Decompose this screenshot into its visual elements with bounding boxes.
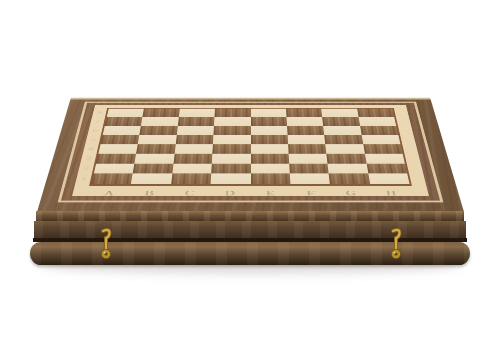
file-label: H <box>371 189 413 198</box>
square-e6 <box>251 126 288 135</box>
square-f7 <box>286 117 323 126</box>
square-g8 <box>321 109 358 118</box>
rank-label: 1 <box>75 174 92 184</box>
square-f6 <box>287 126 324 135</box>
square-h6 <box>360 126 398 135</box>
rank-label: 4 <box>83 144 99 154</box>
square-e3 <box>251 154 290 164</box>
square-d8 <box>215 109 251 118</box>
square-e8 <box>251 109 287 118</box>
square-c8 <box>179 109 215 118</box>
square-a7 <box>105 117 143 126</box>
square-d5 <box>213 135 250 144</box>
square-h3 <box>365 154 405 164</box>
rank-label: 7 <box>90 117 105 126</box>
square-a3 <box>96 154 136 164</box>
square-b1 <box>131 174 172 184</box>
square-f2 <box>289 164 329 174</box>
square-h4 <box>363 144 403 154</box>
square-g6 <box>323 126 361 135</box>
square-g4 <box>325 144 364 154</box>
square-a2 <box>94 164 135 174</box>
brass-clasp-left-icon <box>98 227 114 263</box>
file-label: B <box>129 189 171 198</box>
square-g2 <box>328 164 368 174</box>
square-c7 <box>178 117 215 126</box>
rank-label: 3 <box>80 154 96 164</box>
square-d3 <box>212 154 251 164</box>
square-e7 <box>251 117 287 126</box>
square-a5 <box>101 135 140 144</box>
square-e4 <box>251 144 289 154</box>
square-g7 <box>322 117 359 126</box>
square-d6 <box>214 126 251 135</box>
square-h2 <box>366 164 407 174</box>
square-a4 <box>98 144 138 154</box>
square-b3 <box>135 154 175 164</box>
square-e1 <box>251 174 291 184</box>
rank-label: 2 <box>78 164 95 174</box>
file-label: F <box>291 189 332 198</box>
square-a8 <box>107 109 144 118</box>
square-e5 <box>251 135 288 144</box>
square-c4 <box>174 144 213 154</box>
square-f5 <box>287 135 325 144</box>
square-f1 <box>290 174 330 184</box>
square-a6 <box>103 126 141 135</box>
rank-label: 8 <box>92 109 107 118</box>
square-c6 <box>177 126 214 135</box>
brass-clasp-right-icon <box>388 227 404 263</box>
chess-board-top: ABCDEFGH 87654321 <box>37 98 464 212</box>
square-h8 <box>357 109 394 118</box>
square-g3 <box>327 154 367 164</box>
square-b4 <box>136 144 175 154</box>
file-label: A <box>88 189 130 198</box>
square-b5 <box>138 135 177 144</box>
square-c1 <box>171 174 211 184</box>
square-b2 <box>133 164 173 174</box>
square-c2 <box>172 164 212 174</box>
square-h7 <box>358 117 396 126</box>
lid-front-bevel <box>36 211 464 221</box>
file-label: C <box>169 189 210 198</box>
rank-label: 5 <box>85 135 101 144</box>
rank-label: 6 <box>88 126 103 135</box>
square-e2 <box>251 164 290 174</box>
square-c3 <box>173 154 212 164</box>
square-g1 <box>329 174 370 184</box>
board-squares-grid <box>91 109 409 184</box>
square-d4 <box>212 144 250 154</box>
square-f3 <box>289 154 328 164</box>
base-moulding <box>30 242 470 265</box>
square-g5 <box>324 135 363 144</box>
square-c5 <box>176 135 214 144</box>
file-label: D <box>210 189 251 198</box>
square-f8 <box>286 109 322 118</box>
square-d1 <box>211 174 251 184</box>
file-labels: ABCDEFGH <box>88 189 413 198</box>
square-d7 <box>214 117 250 126</box>
square-a1 <box>91 174 133 184</box>
square-h5 <box>361 135 400 144</box>
product-photo-chess-case: ABCDEFGH 87654321 <box>0 0 500 348</box>
square-b8 <box>143 109 180 118</box>
square-h1 <box>368 174 410 184</box>
square-d2 <box>211 164 250 174</box>
square-b7 <box>141 117 178 126</box>
file-label: G <box>331 189 373 198</box>
square-b6 <box>140 126 178 135</box>
square-f4 <box>288 144 327 154</box>
file-label: E <box>251 189 292 198</box>
